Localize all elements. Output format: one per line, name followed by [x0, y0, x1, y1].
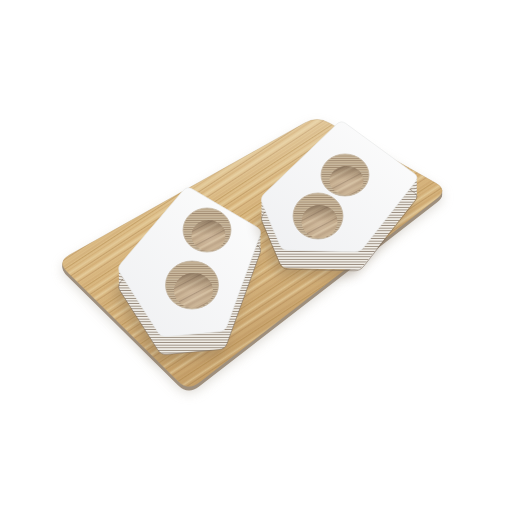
- round-hole-1-2: [166, 261, 219, 309]
- product-photo: [0, 0, 512, 512]
- photo-canvas: [0, 0, 512, 512]
- round-hole-2-2: [293, 193, 343, 239]
- round-hole-2-1: [321, 154, 369, 196]
- round-hole-1-1: [183, 208, 231, 252]
